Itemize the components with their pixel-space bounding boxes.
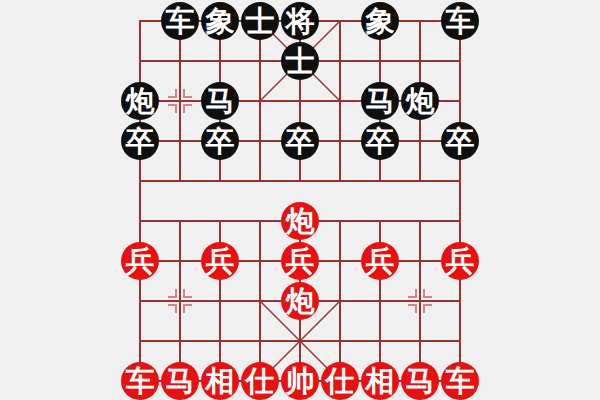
black-soldier[interactable]: 卒 [281,122,319,160]
point-f0-r6[interactable]: 兵 [120,241,160,281]
red-soldier[interactable]: 兵 [441,242,479,280]
point-f1-r9[interactable]: 马 [160,361,200,400]
point-f1-r7[interactable] [160,281,200,321]
point-f6-r8[interactable] [360,321,400,361]
point-f3-r3[interactable] [240,121,280,161]
point-f1-r5[interactable] [160,201,200,241]
point-f8-r3[interactable]: 卒 [440,121,480,161]
point-f3-r5[interactable] [240,201,280,241]
point-f1-r6[interactable] [160,241,200,281]
point-f5-r7[interactable] [320,281,360,321]
point-f1-r4[interactable] [160,161,200,201]
point-f1-r0[interactable]: 车 [160,1,200,41]
point-f5-r5[interactable] [320,201,360,241]
red-soldier[interactable]: 兵 [121,242,159,280]
point-f2-r9[interactable]: 相 [200,361,240,400]
point-f0-r1[interactable] [120,41,160,81]
point-f6-r9[interactable]: 相 [360,361,400,400]
point-f3-r7[interactable] [240,281,280,321]
point-f6-r4[interactable] [360,161,400,201]
point-f0-r2[interactable]: 炮 [120,81,160,121]
point-f6-r0[interactable]: 象 [360,1,400,41]
point-f7-r4[interactable] [400,161,440,201]
red-general[interactable]: 帅 [281,362,319,400]
red-elephant[interactable]: 相 [361,362,399,400]
point-f3-r4[interactable] [240,161,280,201]
black-elephant[interactable]: 象 [361,2,399,40]
point-f0-r5[interactable] [120,201,160,241]
point-f2-r3[interactable]: 卒 [200,121,240,161]
point-f2-r2[interactable]: 马 [200,81,240,121]
point-f3-r1[interactable] [240,41,280,81]
point-f4-r8[interactable] [280,321,320,361]
point-f8-r6[interactable]: 兵 [440,241,480,281]
point-f2-r0[interactable]: 象 [200,1,240,41]
point-f3-r9[interactable]: 仕 [240,361,280,400]
red-chariot[interactable]: 车 [121,362,159,400]
board-points: 车象士将象车士炮马马炮卒卒卒卒卒炮兵兵兵兵兵炮车马相仕帅仕相马车 [120,1,480,400]
point-f5-r0[interactable] [320,1,360,41]
red-advisor[interactable]: 仕 [241,362,279,400]
point-f6-r7[interactable] [360,281,400,321]
red-soldier[interactable]: 兵 [281,242,319,280]
point-f5-r8[interactable] [320,321,360,361]
point-f2-r1[interactable] [200,41,240,81]
point-f0-r8[interactable] [120,321,160,361]
point-f3-r6[interactable] [240,241,280,281]
point-f8-r8[interactable] [440,321,480,361]
red-cannon[interactable]: 炮 [281,202,319,240]
red-advisor[interactable]: 仕 [321,362,359,400]
point-f2-r5[interactable] [200,201,240,241]
point-f7-r1[interactable] [400,41,440,81]
point-f0-r0[interactable] [120,1,160,41]
point-f4-r1[interactable]: 士 [280,41,320,81]
point-f1-r3[interactable] [160,121,200,161]
point-f4-r0[interactable]: 将 [280,1,320,41]
point-f5-r3[interactable] [320,121,360,161]
red-horse[interactable]: 马 [161,362,199,400]
point-f7-r2[interactable]: 炮 [400,81,440,121]
point-f8-r4[interactable] [440,161,480,201]
black-chariot[interactable]: 车 [441,2,479,40]
point-f6-r1[interactable] [360,41,400,81]
black-horse[interactable]: 马 [361,82,399,120]
point-f2-r6[interactable]: 兵 [200,241,240,281]
red-soldier[interactable]: 兵 [361,242,399,280]
point-f4-r9[interactable]: 帅 [280,361,320,400]
black-general[interactable]: 将 [281,2,319,40]
point-f0-r9[interactable]: 车 [120,361,160,400]
point-f6-r3[interactable]: 卒 [360,121,400,161]
black-soldier[interactable]: 卒 [441,122,479,160]
point-f2-r7[interactable] [200,281,240,321]
point-f4-r2[interactable] [280,81,320,121]
point-f4-r5[interactable]: 炮 [280,201,320,241]
point-f6-r2[interactable]: 马 [360,81,400,121]
red-horse[interactable]: 马 [401,362,439,400]
black-chariot[interactable]: 车 [161,2,199,40]
point-f0-r4[interactable] [120,161,160,201]
point-f8-r2[interactable] [440,81,480,121]
point-f5-r6[interactable] [320,241,360,281]
point-f7-r8[interactable] [400,321,440,361]
point-f7-r7[interactable] [400,281,440,321]
point-f0-r3[interactable]: 卒 [120,121,160,161]
red-soldier[interactable]: 兵 [201,242,239,280]
red-elephant[interactable]: 相 [201,362,239,400]
point-f6-r6[interactable]: 兵 [360,241,400,281]
point-f2-r4[interactable] [200,161,240,201]
red-cannon[interactable]: 炮 [281,282,319,320]
point-f4-r7[interactable]: 炮 [280,281,320,321]
point-f1-r8[interactable] [160,321,200,361]
black-advisor[interactable]: 士 [281,42,319,80]
point-f5-r9[interactable]: 仕 [320,361,360,400]
point-f7-r9[interactable]: 马 [400,361,440,400]
point-f4-r6[interactable]: 兵 [280,241,320,281]
point-f8-r9[interactable]: 车 [440,361,480,400]
black-horse[interactable]: 马 [201,82,239,120]
point-f2-r8[interactable] [200,321,240,361]
point-f5-r1[interactable] [320,41,360,81]
point-f0-r7[interactable] [120,281,160,321]
point-f8-r7[interactable] [440,281,480,321]
point-f7-r6[interactable] [400,241,440,281]
point-f3-r2[interactable] [240,81,280,121]
point-f1-r1[interactable] [160,41,200,81]
black-advisor[interactable]: 士 [241,2,279,40]
point-f5-r4[interactable] [320,161,360,201]
black-soldier[interactable]: 卒 [361,122,399,160]
black-cannon[interactable]: 炮 [401,82,439,120]
point-f1-r2[interactable] [160,81,200,121]
red-chariot[interactable]: 车 [441,362,479,400]
point-f8-r0[interactable]: 车 [440,1,480,41]
point-f3-r0[interactable]: 士 [240,1,280,41]
point-f7-r3[interactable] [400,121,440,161]
black-soldier[interactable]: 卒 [201,122,239,160]
black-cannon[interactable]: 炮 [121,82,159,120]
point-f6-r5[interactable] [360,201,400,241]
point-f7-r0[interactable] [400,1,440,41]
point-f8-r1[interactable] [440,41,480,81]
point-f3-r8[interactable] [240,321,280,361]
xiangqi-board: 车象士将象车士炮马马炮卒卒卒卒卒炮兵兵兵兵兵炮车马相仕帅仕相马车 [0,0,600,400]
black-elephant[interactable]: 象 [201,2,239,40]
point-f7-r5[interactable] [400,201,440,241]
black-soldier[interactable]: 卒 [121,122,159,160]
point-f5-r2[interactable] [320,81,360,121]
point-f4-r3[interactable]: 卒 [280,121,320,161]
point-f4-r4[interactable] [280,161,320,201]
point-f8-r5[interactable] [440,201,480,241]
